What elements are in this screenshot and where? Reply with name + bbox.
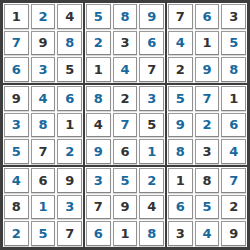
- filled-digit: 6: [202, 10, 211, 23]
- cell-r3c6[interactable]: 7: [139, 57, 164, 82]
- cell-r1c2[interactable]: 2: [31, 4, 56, 29]
- filled-digit: 6: [176, 200, 185, 213]
- cell-r5c8[interactable]: 2: [195, 113, 220, 138]
- cell-r2c3[interactable]: 8: [57, 31, 82, 56]
- cell-r8c5[interactable]: 9: [113, 195, 138, 220]
- filled-digit: 7: [202, 92, 211, 105]
- cell-r3c2[interactable]: 3: [31, 57, 56, 82]
- cell-r8c6[interactable]: 4: [139, 195, 164, 220]
- cell-r4c3[interactable]: 6: [57, 86, 82, 111]
- given-digit: 3: [202, 145, 211, 158]
- cell-r8c2[interactable]: 1: [31, 195, 56, 220]
- cell-r5c7[interactable]: 9: [168, 113, 193, 138]
- filled-digit: 8: [38, 118, 47, 131]
- cell-r8c7[interactable]: 6: [168, 195, 193, 220]
- filled-digit: 5: [12, 145, 21, 158]
- filled-digit: 4: [229, 145, 238, 158]
- cell-r5c2[interactable]: 8: [31, 113, 56, 138]
- box-3: 763415298: [166, 2, 248, 84]
- cell-r1c9[interactable]: 3: [221, 4, 246, 29]
- filled-digit: 5: [229, 36, 238, 49]
- cell-r4c4[interactable]: 8: [86, 86, 111, 111]
- filled-digit: 9: [147, 10, 156, 23]
- filled-digit: 2: [94, 36, 103, 49]
- cell-r3c8[interactable]: 9: [195, 57, 220, 82]
- box-4: 946381572: [2, 84, 84, 166]
- cell-r3c1[interactable]: 6: [4, 57, 29, 82]
- cell-r7c2[interactable]: 6: [31, 168, 56, 193]
- cell-r5c5[interactable]: 7: [113, 113, 138, 138]
- cell-r2c2[interactable]: 9: [31, 31, 56, 56]
- cell-r7c6[interactable]: 2: [139, 168, 164, 193]
- given-digit: 7: [65, 227, 74, 240]
- filled-digit: 1: [38, 200, 47, 213]
- given-digit: 1: [12, 10, 21, 23]
- cell-r2c4[interactable]: 2: [86, 31, 111, 56]
- cell-r5c6[interactable]: 5: [139, 113, 164, 138]
- cell-r3c5[interactable]: 4: [113, 57, 138, 82]
- cell-r9c8[interactable]: 4: [195, 221, 220, 246]
- cell-r6c7[interactable]: 8: [168, 139, 193, 164]
- cell-r7c7[interactable]: 1: [168, 168, 193, 193]
- cell-r6c4[interactable]: 9: [86, 139, 111, 164]
- filled-digit: 3: [38, 63, 47, 76]
- cell-r4c6[interactable]: 3: [139, 86, 164, 111]
- cell-r3c3[interactable]: 5: [57, 57, 82, 82]
- box-7: 469813257: [2, 166, 84, 248]
- filled-digit: 2: [147, 174, 156, 187]
- given-digit: 2: [229, 200, 238, 213]
- filled-digit: 9: [94, 145, 103, 158]
- cell-r9c9[interactable]: 9: [221, 221, 246, 246]
- given-digit: 6: [38, 174, 47, 187]
- filled-digit: 8: [176, 145, 185, 158]
- box-1: 124798635: [2, 2, 84, 84]
- filled-digit: 9: [176, 118, 185, 131]
- filled-digit: 6: [147, 36, 156, 49]
- filled-digit: 2: [202, 118, 211, 131]
- filled-digit: 5: [94, 10, 103, 23]
- given-digit: 7: [38, 145, 47, 158]
- given-digit: 7: [176, 10, 185, 23]
- filled-digit: 2: [65, 145, 74, 158]
- box-5: 823475961: [84, 84, 166, 166]
- filled-digit: 9: [202, 63, 211, 76]
- filled-digit: 6: [94, 227, 103, 240]
- box-2: 589236147: [84, 2, 166, 84]
- given-digit: 9: [120, 200, 129, 213]
- filled-digit: 8: [229, 63, 238, 76]
- cell-r7c3[interactable]: 9: [57, 168, 82, 193]
- given-digit: 2: [176, 63, 185, 76]
- cell-r2c6[interactable]: 6: [139, 31, 164, 56]
- given-digit: 2: [120, 92, 129, 105]
- given-digit: 3: [229, 10, 238, 23]
- cell-r8c1[interactable]: 8: [4, 195, 29, 220]
- cell-r5c4[interactable]: 4: [86, 113, 111, 138]
- filled-digit: 5: [120, 174, 129, 187]
- filled-digit: 4: [38, 92, 47, 105]
- cell-r9c2[interactable]: 5: [31, 221, 56, 246]
- cell-r2c8[interactable]: 1: [195, 31, 220, 56]
- given-digit: 4: [147, 200, 156, 213]
- given-digit: 1: [94, 63, 103, 76]
- box-9: 187652349: [166, 166, 248, 248]
- cell-r9c7[interactable]: 3: [168, 221, 193, 246]
- filled-digit: 8: [147, 227, 156, 240]
- given-digit: 8: [12, 200, 21, 213]
- cell-r9c6[interactable]: 8: [139, 221, 164, 246]
- given-digit: 9: [65, 174, 74, 187]
- sudoku-board: 1247986355892361477634152989463815728234…: [0, 0, 250, 250]
- filled-digit: 3: [65, 200, 74, 213]
- cell-r9c5[interactable]: 1: [113, 221, 138, 246]
- cell-r6c2[interactable]: 7: [31, 139, 56, 164]
- cell-r6c6[interactable]: 1: [139, 139, 164, 164]
- cell-r7c1[interactable]: 4: [4, 168, 29, 193]
- filled-digit: 8: [120, 10, 129, 23]
- cell-r1c4[interactable]: 5: [86, 4, 111, 29]
- cell-r1c7[interactable]: 7: [168, 4, 193, 29]
- cell-r8c3[interactable]: 3: [57, 195, 82, 220]
- cell-r9c3[interactable]: 7: [57, 221, 82, 246]
- filled-digit: 4: [12, 174, 21, 187]
- filled-digit: 8: [65, 36, 74, 49]
- given-digit: 8: [202, 174, 211, 187]
- cell-r5c9[interactable]: 6: [221, 113, 246, 138]
- filled-digit: 7: [229, 174, 238, 187]
- cell-r9c4[interactable]: 6: [86, 221, 111, 246]
- cell-r6c9[interactable]: 4: [221, 139, 246, 164]
- box-8: 352794618: [84, 166, 166, 248]
- filled-digit: 2: [38, 10, 47, 23]
- cell-r3c9[interactable]: 8: [221, 57, 246, 82]
- cell-r3c7[interactable]: 2: [168, 57, 193, 82]
- filled-digit: 8: [94, 92, 103, 105]
- given-digit: 7: [147, 63, 156, 76]
- filled-digit: 7: [12, 36, 21, 49]
- filled-digit: 2: [12, 227, 21, 240]
- given-digit: 3: [176, 227, 185, 240]
- cell-r9c1[interactable]: 2: [4, 221, 29, 246]
- filled-digit: 3: [94, 174, 103, 187]
- cell-r6c8[interactable]: 3: [195, 139, 220, 164]
- cell-r1c3[interactable]: 4: [57, 4, 82, 29]
- given-digit: 3: [120, 36, 129, 49]
- cell-r2c9[interactable]: 5: [221, 31, 246, 56]
- cell-r7c5[interactable]: 5: [113, 168, 138, 193]
- cell-r4c5[interactable]: 2: [113, 86, 138, 111]
- cell-r6c5[interactable]: 6: [113, 139, 138, 164]
- filled-digit: 7: [120, 118, 129, 131]
- cell-r7c4[interactable]: 3: [86, 168, 111, 193]
- cell-r4c9[interactable]: 1: [221, 86, 246, 111]
- given-digit: 4: [94, 118, 103, 131]
- given-digit: 9: [12, 92, 21, 105]
- given-digit: 1: [176, 174, 185, 187]
- cell-r4c8[interactable]: 7: [195, 86, 220, 111]
- cell-r1c6[interactable]: 9: [139, 4, 164, 29]
- filled-digit: 4: [202, 227, 211, 240]
- filled-digit: 3: [12, 118, 21, 131]
- cell-r1c1[interactable]: 1: [4, 4, 29, 29]
- given-digit: 1: [202, 36, 211, 49]
- box-6: 571926834: [166, 84, 248, 166]
- filled-digit: 6: [12, 63, 21, 76]
- cell-r2c1[interactable]: 7: [4, 31, 29, 56]
- given-digit: 5: [65, 63, 74, 76]
- filled-digit: 4: [120, 63, 129, 76]
- cell-r4c1[interactable]: 9: [4, 86, 29, 111]
- filled-digit: 3: [147, 92, 156, 105]
- given-digit: 1: [229, 92, 238, 105]
- cell-r7c9[interactable]: 7: [221, 168, 246, 193]
- cell-r7c8[interactable]: 8: [195, 168, 220, 193]
- given-digit: 5: [147, 118, 156, 131]
- given-digit: 6: [120, 145, 129, 158]
- cell-r5c3[interactable]: 1: [57, 113, 82, 138]
- filled-digit: 6: [65, 92, 74, 105]
- cell-r4c7[interactable]: 5: [168, 86, 193, 111]
- cell-r8c8[interactable]: 5: [195, 195, 220, 220]
- filled-digit: 5: [176, 92, 185, 105]
- given-digit: 9: [229, 227, 238, 240]
- filled-digit: 4: [176, 36, 185, 49]
- filled-digit: 6: [229, 118, 238, 131]
- cell-r5c1[interactable]: 3: [4, 113, 29, 138]
- filled-digit: 5: [38, 227, 47, 240]
- given-digit: 1: [120, 227, 129, 240]
- cell-r1c8[interactable]: 6: [195, 4, 220, 29]
- given-digit: 7: [94, 200, 103, 213]
- cell-r1c5[interactable]: 8: [113, 4, 138, 29]
- cell-r3c4[interactable]: 1: [86, 57, 111, 82]
- filled-digit: 1: [147, 145, 156, 158]
- given-digit: 9: [38, 36, 47, 49]
- cell-r2c5[interactable]: 3: [113, 31, 138, 56]
- cell-r6c1[interactable]: 5: [4, 139, 29, 164]
- given-digit: 4: [65, 10, 74, 23]
- cell-r8c9[interactable]: 2: [221, 195, 246, 220]
- cell-r4c2[interactable]: 4: [31, 86, 56, 111]
- cell-r8c4[interactable]: 7: [86, 195, 111, 220]
- given-digit: 1: [65, 118, 74, 131]
- filled-digit: 5: [202, 200, 211, 213]
- cell-r2c7[interactable]: 4: [168, 31, 193, 56]
- cell-r6c3[interactable]: 2: [57, 139, 82, 164]
